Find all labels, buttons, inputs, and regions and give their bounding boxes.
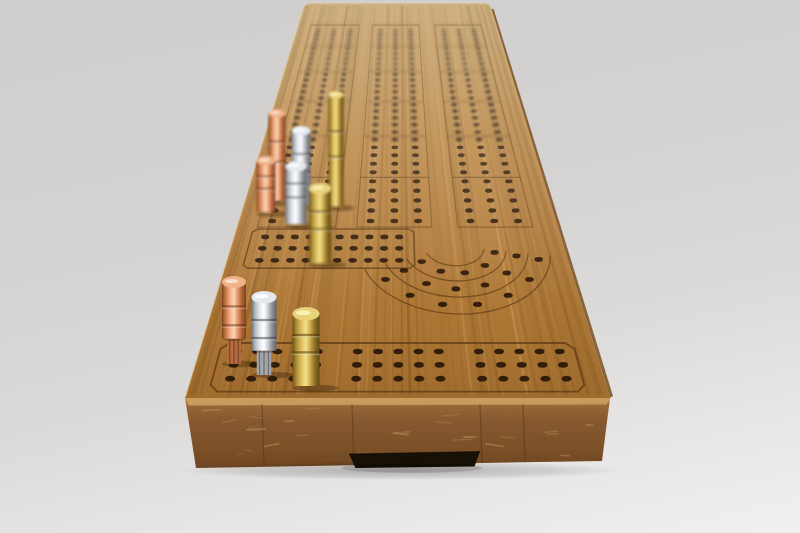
scene [0,0,800,533]
cribbage-board-photo [0,0,800,533]
end-face [185,398,610,468]
focus-fog [180,0,620,300]
face-chamfer [185,398,610,406]
